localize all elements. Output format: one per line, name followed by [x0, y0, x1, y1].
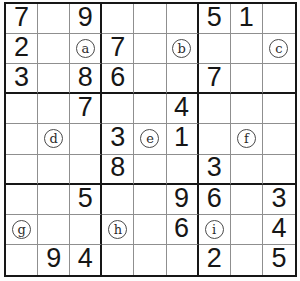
cell-r8c7[interactable]: i — [199, 215, 231, 245]
cell-r5c7[interactable] — [199, 124, 231, 154]
given-digit: 9 — [78, 4, 93, 31]
given-digit: 4 — [174, 94, 189, 121]
given-digit: 5 — [207, 4, 222, 31]
cell-r7c3[interactable]: 5 — [70, 185, 102, 215]
cell-r3c6[interactable] — [167, 64, 199, 94]
circled-letter-c: c — [269, 39, 288, 58]
cell-r8c4[interactable]: h — [102, 215, 134, 245]
cell-r3c3[interactable]: 8 — [70, 64, 102, 94]
cell-r1c5[interactable] — [134, 4, 166, 34]
given-digit: 7 — [14, 4, 29, 31]
cell-r7c4[interactable] — [102, 185, 134, 215]
cell-r2c9[interactable]: c — [263, 34, 295, 64]
cell-r6c1[interactable] — [6, 155, 38, 185]
cell-r1c2[interactable] — [38, 4, 70, 34]
sudoku-grid: 79512a7bc386774d3e1f835963gh6i49425 — [4, 2, 297, 277]
cell-r4c9[interactable] — [263, 94, 295, 124]
cell-r5c4[interactable]: 3 — [102, 124, 134, 154]
cell-r4c3[interactable]: 7 — [70, 94, 102, 124]
cell-r6c7[interactable]: 3 — [199, 155, 231, 185]
cell-r5c5[interactable]: e — [134, 124, 166, 154]
cell-r5c1[interactable] — [6, 124, 38, 154]
cell-r3c5[interactable] — [134, 64, 166, 94]
cell-r4c2[interactable] — [38, 94, 70, 124]
cell-r1c1[interactable]: 7 — [6, 4, 38, 34]
cell-r7c5[interactable] — [134, 185, 166, 215]
cell-r3c4[interactable]: 6 — [102, 64, 134, 94]
cell-r2c3[interactable]: a — [70, 34, 102, 64]
cell-r3c1[interactable]: 3 — [6, 64, 38, 94]
cell-r3c8[interactable] — [231, 64, 263, 94]
cell-r2c4[interactable]: 7 — [102, 34, 134, 64]
cell-r5c3[interactable] — [70, 124, 102, 154]
circled-letter-i: i — [205, 220, 224, 239]
cell-r5c2[interactable]: d — [38, 124, 70, 154]
cell-r9c5[interactable] — [134, 245, 166, 275]
cell-r9c9[interactable]: 5 — [263, 245, 295, 275]
cell-r8c6[interactable]: 6 — [167, 215, 199, 245]
cell-r9c6[interactable] — [167, 245, 199, 275]
circled-letter-f: f — [237, 129, 256, 148]
cell-r3c9[interactable] — [263, 64, 295, 94]
cell-r9c3[interactable]: 4 — [70, 245, 102, 275]
cell-r6c4[interactable]: 8 — [102, 155, 134, 185]
cell-r8c3[interactable] — [70, 215, 102, 245]
cell-r1c7[interactable]: 5 — [199, 4, 231, 34]
given-digit: 4 — [271, 215, 286, 242]
cell-r2c7[interactable] — [199, 34, 231, 64]
cell-r3c2[interactable] — [38, 64, 70, 94]
cell-r1c3[interactable]: 9 — [70, 4, 102, 34]
cell-r2c6[interactable]: b — [167, 34, 199, 64]
cell-r7c9[interactable]: 3 — [263, 185, 295, 215]
given-digit: 6 — [207, 185, 222, 212]
cell-r6c2[interactable] — [38, 155, 70, 185]
cell-r5c6[interactable]: 1 — [167, 124, 199, 154]
cell-r4c6[interactable]: 4 — [167, 94, 199, 124]
given-digit: 9 — [46, 245, 61, 272]
given-digit: 1 — [174, 124, 189, 151]
cell-r7c8[interactable] — [231, 185, 263, 215]
circled-letter-e: e — [140, 129, 159, 148]
circled-letter-g: g — [12, 220, 31, 239]
given-digit: 6 — [174, 215, 189, 242]
cell-r7c6[interactable]: 9 — [167, 185, 199, 215]
given-digit: 4 — [78, 245, 93, 272]
cell-r2c8[interactable] — [231, 34, 263, 64]
given-digit: 3 — [14, 64, 29, 91]
cell-r2c5[interactable] — [134, 34, 166, 64]
cell-r3c7[interactable]: 7 — [199, 64, 231, 94]
given-digit: 7 — [78, 94, 93, 121]
given-digit: 6 — [110, 64, 125, 91]
cell-r1c4[interactable] — [102, 4, 134, 34]
cell-r7c1[interactable] — [6, 185, 38, 215]
cell-r2c1[interactable]: 2 — [6, 34, 38, 64]
given-digit: 2 — [207, 245, 222, 272]
given-digit: 8 — [110, 154, 125, 181]
circled-letter-d: d — [44, 129, 63, 148]
cell-r4c5[interactable] — [134, 94, 166, 124]
given-digit: 5 — [271, 245, 286, 272]
cell-r6c8[interactable] — [231, 155, 263, 185]
given-digit: 1 — [239, 4, 254, 31]
cell-r1c6[interactable] — [167, 4, 199, 34]
cell-r9c8[interactable] — [231, 245, 263, 275]
cell-r8c8[interactable] — [231, 215, 263, 245]
cell-r6c9[interactable] — [263, 155, 295, 185]
cell-r6c6[interactable] — [167, 155, 199, 185]
circled-letter-b: b — [172, 39, 191, 58]
cell-r1c8[interactable]: 1 — [231, 4, 263, 34]
given-digit: 7 — [110, 34, 125, 61]
cell-r1c9[interactable] — [263, 4, 295, 34]
cell-r7c2[interactable] — [38, 185, 70, 215]
given-digit: 9 — [174, 185, 189, 212]
given-digit: 3 — [110, 124, 125, 151]
cell-r9c2[interactable]: 9 — [38, 245, 70, 275]
cell-r6c5[interactable] — [134, 155, 166, 185]
cell-r4c7[interactable] — [199, 94, 231, 124]
cell-r5c9[interactable] — [263, 124, 295, 154]
given-digit: 7 — [207, 64, 222, 91]
given-digit: 2 — [14, 34, 29, 61]
given-digit: 3 — [207, 154, 222, 181]
cell-r8c1[interactable]: g — [6, 215, 38, 245]
cell-r9c1[interactable] — [6, 245, 38, 275]
cell-r2c2[interactable] — [38, 34, 70, 64]
cell-r4c8[interactable] — [231, 94, 263, 124]
given-digit: 8 — [78, 64, 93, 91]
circled-letter-h: h — [108, 220, 127, 239]
cell-r8c9[interactable]: 4 — [263, 215, 295, 245]
cell-r4c4[interactable] — [102, 94, 134, 124]
circled-letter-a: a — [76, 39, 95, 58]
cell-r5c8[interactable]: f — [231, 124, 263, 154]
cell-r6c3[interactable] — [70, 155, 102, 185]
cell-r8c2[interactable] — [38, 215, 70, 245]
cell-r9c7[interactable]: 2 — [199, 245, 231, 275]
given-digit: 5 — [78, 185, 93, 212]
cell-r7c7[interactable]: 6 — [199, 185, 231, 215]
cell-r8c5[interactable] — [134, 215, 166, 245]
cell-r9c4[interactable] — [102, 245, 134, 275]
given-digit: 3 — [271, 185, 286, 212]
cell-r4c1[interactable] — [6, 94, 38, 124]
